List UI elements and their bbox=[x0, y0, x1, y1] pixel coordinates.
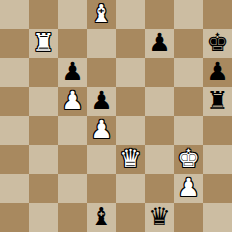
square-a8[interactable] bbox=[0, 0, 29, 29]
square-f3[interactable] bbox=[145, 145, 174, 174]
square-h6[interactable]: ♟ bbox=[203, 58, 232, 87]
square-b7[interactable]: ♜ bbox=[29, 29, 58, 58]
piece-black-bishop: ♝ bbox=[90, 204, 112, 229]
square-f6[interactable] bbox=[145, 58, 174, 87]
square-g8[interactable] bbox=[174, 0, 203, 29]
piece-white-pawn: ♟ bbox=[90, 117, 112, 142]
square-b4[interactable] bbox=[29, 116, 58, 145]
square-e3[interactable]: ♛ bbox=[116, 145, 145, 174]
piece-black-king: ♚ bbox=[206, 30, 228, 55]
square-g7[interactable] bbox=[174, 29, 203, 58]
piece-black-pawn: ♟ bbox=[90, 88, 112, 113]
square-c2[interactable] bbox=[58, 174, 87, 203]
square-b6[interactable] bbox=[29, 58, 58, 87]
square-d7[interactable] bbox=[87, 29, 116, 58]
piece-black-rook: ♜ bbox=[206, 88, 228, 113]
square-g3[interactable]: ♚ bbox=[174, 145, 203, 174]
square-b5[interactable] bbox=[29, 87, 58, 116]
chess-board: ♝♜♟♚♟♟♟♟♜♟♛♚♟♝♛ bbox=[0, 0, 232, 232]
square-b1[interactable] bbox=[29, 203, 58, 232]
piece-black-pawn: ♟ bbox=[206, 59, 228, 84]
square-c8[interactable] bbox=[58, 0, 87, 29]
piece-white-pawn: ♟ bbox=[61, 88, 83, 113]
square-f8[interactable] bbox=[145, 0, 174, 29]
square-g6[interactable] bbox=[174, 58, 203, 87]
piece-black-queen: ♛ bbox=[148, 204, 170, 229]
square-b2[interactable] bbox=[29, 174, 58, 203]
square-e1[interactable] bbox=[116, 203, 145, 232]
piece-white-king: ♚ bbox=[177, 146, 199, 171]
square-c7[interactable] bbox=[58, 29, 87, 58]
square-a2[interactable] bbox=[0, 174, 29, 203]
square-h4[interactable] bbox=[203, 116, 232, 145]
square-g1[interactable] bbox=[174, 203, 203, 232]
piece-black-pawn: ♟ bbox=[61, 59, 83, 84]
piece-black-pawn: ♟ bbox=[148, 30, 170, 55]
square-a3[interactable] bbox=[0, 145, 29, 174]
square-g4[interactable] bbox=[174, 116, 203, 145]
square-d8[interactable]: ♝ bbox=[87, 0, 116, 29]
square-g2[interactable]: ♟ bbox=[174, 174, 203, 203]
square-e5[interactable] bbox=[116, 87, 145, 116]
square-a7[interactable] bbox=[0, 29, 29, 58]
square-b3[interactable] bbox=[29, 145, 58, 174]
square-f4[interactable] bbox=[145, 116, 174, 145]
square-a1[interactable] bbox=[0, 203, 29, 232]
square-a6[interactable] bbox=[0, 58, 29, 87]
square-f7[interactable]: ♟ bbox=[145, 29, 174, 58]
square-f1[interactable]: ♛ bbox=[145, 203, 174, 232]
square-d3[interactable] bbox=[87, 145, 116, 174]
piece-white-bishop: ♝ bbox=[90, 1, 112, 26]
square-h1[interactable] bbox=[203, 203, 232, 232]
square-a4[interactable] bbox=[0, 116, 29, 145]
square-c4[interactable] bbox=[58, 116, 87, 145]
square-f5[interactable] bbox=[145, 87, 174, 116]
square-g5[interactable] bbox=[174, 87, 203, 116]
square-e8[interactable] bbox=[116, 0, 145, 29]
square-d6[interactable] bbox=[87, 58, 116, 87]
square-e2[interactable] bbox=[116, 174, 145, 203]
square-h3[interactable] bbox=[203, 145, 232, 174]
square-e4[interactable] bbox=[116, 116, 145, 145]
square-a5[interactable] bbox=[0, 87, 29, 116]
square-b8[interactable] bbox=[29, 0, 58, 29]
square-h2[interactable] bbox=[203, 174, 232, 203]
square-d5[interactable]: ♟ bbox=[87, 87, 116, 116]
square-d1[interactable]: ♝ bbox=[87, 203, 116, 232]
square-h8[interactable] bbox=[203, 0, 232, 29]
square-h5[interactable]: ♜ bbox=[203, 87, 232, 116]
piece-white-rook: ♜ bbox=[32, 30, 54, 55]
square-c1[interactable] bbox=[58, 203, 87, 232]
square-f2[interactable] bbox=[145, 174, 174, 203]
square-h7[interactable]: ♚ bbox=[203, 29, 232, 58]
square-e6[interactable] bbox=[116, 58, 145, 87]
square-c3[interactable] bbox=[58, 145, 87, 174]
square-c6[interactable]: ♟ bbox=[58, 58, 87, 87]
square-d2[interactable] bbox=[87, 174, 116, 203]
piece-white-queen: ♛ bbox=[119, 146, 141, 171]
square-e7[interactable] bbox=[116, 29, 145, 58]
piece-white-pawn: ♟ bbox=[177, 175, 199, 200]
square-c5[interactable]: ♟ bbox=[58, 87, 87, 116]
square-d4[interactable]: ♟ bbox=[87, 116, 116, 145]
